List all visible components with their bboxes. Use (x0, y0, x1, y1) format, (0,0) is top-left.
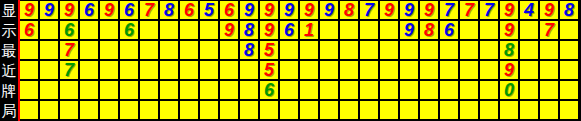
grid-cell: 7 (460, 1, 480, 21)
grid-cell (100, 41, 120, 61)
grid-cell (80, 81, 100, 101)
grid-cell (480, 61, 500, 81)
grid-cell (160, 81, 180, 101)
grid-cell (400, 81, 420, 101)
grid-cell (160, 61, 180, 81)
grid-cell: 9 (320, 1, 340, 21)
grid-cell: 9 (500, 1, 520, 21)
grid-cell: 9 (540, 1, 560, 21)
grid-cell (240, 81, 260, 101)
grid-cell (340, 101, 360, 121)
grid-cell (80, 41, 100, 61)
grid-cell (280, 101, 300, 121)
grid-cell (360, 41, 380, 61)
grid-cell (120, 81, 140, 101)
grid-cell: 6 (120, 1, 140, 21)
grid-cell (440, 61, 460, 81)
grid-cell (80, 101, 100, 121)
grid-cell (140, 61, 160, 81)
sidebar-label: 显示最近牌局 (0, 0, 20, 121)
sidebar-label-char: 最 (0, 41, 18, 61)
grid-cell (340, 81, 360, 101)
grid-cell: 9 (300, 1, 320, 21)
grid-cell (460, 81, 480, 101)
grid-cell (400, 101, 420, 121)
grid-cell (340, 21, 360, 41)
grid-cell (140, 21, 160, 41)
grid-cell: 5 (260, 41, 280, 61)
grid-cell (180, 21, 200, 41)
grid-cell (480, 41, 500, 61)
grid-cell: 7 (360, 1, 380, 21)
grid-cell: 9 (280, 1, 300, 21)
grid-cell (380, 61, 400, 81)
grid-cell: 9 (500, 21, 520, 41)
grid-cell (420, 61, 440, 81)
grid-cell (400, 61, 420, 81)
grid-cell: 9 (20, 1, 40, 21)
grid-cell: 4 (520, 1, 540, 21)
grid-cell: 5 (200, 1, 220, 21)
grid-cell (120, 41, 140, 61)
grid-cell (460, 41, 480, 61)
grid-cell (40, 21, 60, 41)
grid-cell (460, 101, 480, 121)
grid-cell (520, 41, 540, 61)
grid-cell (40, 81, 60, 101)
history-grid: 9996967865699999879997779498666989619869… (20, 1, 580, 121)
grid-cell (540, 41, 560, 61)
sidebar-label-char: 近 (0, 61, 18, 81)
grid-cell (560, 61, 580, 81)
grid-cell (540, 61, 560, 81)
grid-cell (100, 81, 120, 101)
grid-cell (320, 81, 340, 101)
grid-cell (280, 41, 300, 61)
grid-cell: 6 (440, 21, 460, 41)
grid-cell (140, 41, 160, 61)
grid-cell (360, 81, 380, 101)
grid-cell (80, 21, 100, 41)
sidebar-label-char: 牌 (0, 81, 18, 101)
grid-cell (180, 101, 200, 121)
grid-cell (320, 61, 340, 81)
grid-cell (480, 81, 500, 101)
grid-cell (560, 41, 580, 61)
grid-cell: 9 (100, 1, 120, 21)
grid-cell (40, 101, 60, 121)
grid-cell (320, 41, 340, 61)
recent-games-scoreboard: 显示最近牌局 999696786569999987999777949866698… (0, 0, 581, 121)
grid-cell (360, 21, 380, 41)
grid-cell (540, 101, 560, 121)
grid-cell: 8 (240, 21, 260, 41)
grid-cell (280, 61, 300, 81)
grid-cell (20, 101, 40, 121)
grid-cell (300, 61, 320, 81)
grid-cell (160, 41, 180, 61)
grid-cell (20, 61, 40, 81)
grid-cell (420, 41, 440, 61)
sidebar-label-char: 局 (0, 101, 18, 121)
grid-cell: 6 (220, 1, 240, 21)
grid-cell (340, 61, 360, 81)
grid-cell (200, 41, 220, 61)
grid-cell: 0 (500, 81, 520, 101)
grid-cell (220, 61, 240, 81)
grid-cell (160, 21, 180, 41)
grid-cell: 9 (240, 1, 260, 21)
grid-cell: 9 (260, 21, 280, 41)
grid-cell (120, 101, 140, 121)
grid-cell (480, 101, 500, 121)
grid-cell (520, 21, 540, 41)
grid-cell (320, 21, 340, 41)
grid-cell: 9 (380, 1, 400, 21)
grid-cell (100, 61, 120, 81)
grid-cell (180, 61, 200, 81)
grid-cell (200, 81, 220, 101)
grid-cell (240, 101, 260, 121)
grid-cell: 6 (20, 21, 40, 41)
grid-cell (260, 101, 280, 121)
grid-cell: 9 (400, 1, 420, 21)
grid-cell: 8 (420, 21, 440, 41)
grid-cell (520, 81, 540, 101)
grid-cell: 7 (480, 1, 500, 21)
grid-cell: 7 (540, 21, 560, 41)
grid-cell (220, 101, 240, 121)
grid-cell (420, 81, 440, 101)
grid-cell (560, 101, 580, 121)
grid-cell: 8 (240, 41, 260, 61)
grid-cell: 6 (280, 21, 300, 41)
grid-cell (40, 61, 60, 81)
sidebar-label-char: 示 (0, 21, 18, 41)
grid-cell (420, 101, 440, 121)
grid-cell (360, 101, 380, 121)
grid-cell: 6 (60, 21, 80, 41)
grid-cell: 5 (260, 61, 280, 81)
grid-cell (400, 41, 420, 61)
grid-cell (300, 101, 320, 121)
grid-cell (80, 61, 100, 81)
grid-cell: 9 (260, 1, 280, 21)
grid-cell (220, 41, 240, 61)
grid-cell (140, 81, 160, 101)
grid-cell (180, 41, 200, 61)
grid-cell (380, 21, 400, 41)
grid-cell (460, 21, 480, 41)
grid-cell: 9 (60, 1, 80, 21)
grid-cell: 9 (40, 1, 60, 21)
grid-cell: 6 (120, 21, 140, 41)
grid-cell (60, 81, 80, 101)
grid-cell: 9 (500, 61, 520, 81)
grid-cell (380, 101, 400, 121)
grid-cell (200, 101, 220, 121)
grid-cell (240, 61, 260, 81)
grid-cell (520, 101, 540, 121)
grid-cell: 6 (260, 81, 280, 101)
grid-cell (160, 101, 180, 121)
grid-cell (460, 61, 480, 81)
grid-cell (120, 61, 140, 81)
grid-cell (560, 21, 580, 41)
grid-cell: 7 (440, 1, 460, 21)
grid-cell (520, 61, 540, 81)
grid-cell (440, 81, 460, 101)
grid-cell: 9 (220, 21, 240, 41)
grid-cell (20, 81, 40, 101)
grid-cell (100, 21, 120, 41)
grid-cell (380, 41, 400, 61)
grid-cell: 8 (340, 1, 360, 21)
grid-cell: 7 (60, 61, 80, 81)
grid-cell: 9 (420, 1, 440, 21)
grid-cell (20, 41, 40, 61)
grid-cell (220, 81, 240, 101)
grid-cell (480, 21, 500, 41)
grid-cell (200, 61, 220, 81)
grid-cell (560, 81, 580, 101)
grid-cell (60, 101, 80, 121)
sidebar-label-char: 显 (0, 1, 18, 21)
grid-cell (440, 101, 460, 121)
grid-cell (140, 101, 160, 121)
history-grid-wrap: 9996967865699999879997779498666989619869… (20, 0, 580, 121)
grid-cell: 8 (500, 41, 520, 61)
grid-cell (200, 21, 220, 41)
grid-cell (440, 41, 460, 61)
grid-cell: 7 (60, 41, 80, 61)
grid-cell (100, 101, 120, 121)
grid-cell: 1 (300, 21, 320, 41)
grid-cell (300, 81, 320, 101)
grid-cell (180, 81, 200, 101)
grid-cell: 7 (140, 1, 160, 21)
grid-cell (500, 101, 520, 121)
grid-cell: 8 (560, 1, 580, 21)
grid-cell (40, 41, 60, 61)
grid-cell: 9 (400, 21, 420, 41)
grid-cell (300, 41, 320, 61)
grid-cell (340, 41, 360, 61)
grid-cell (360, 61, 380, 81)
grid-cell (280, 81, 300, 101)
grid-cell (380, 81, 400, 101)
grid-cell: 8 (160, 1, 180, 21)
grid-cell: 6 (180, 1, 200, 21)
grid-cell (320, 101, 340, 121)
grid-cell (540, 81, 560, 101)
grid-cell: 6 (80, 1, 100, 21)
